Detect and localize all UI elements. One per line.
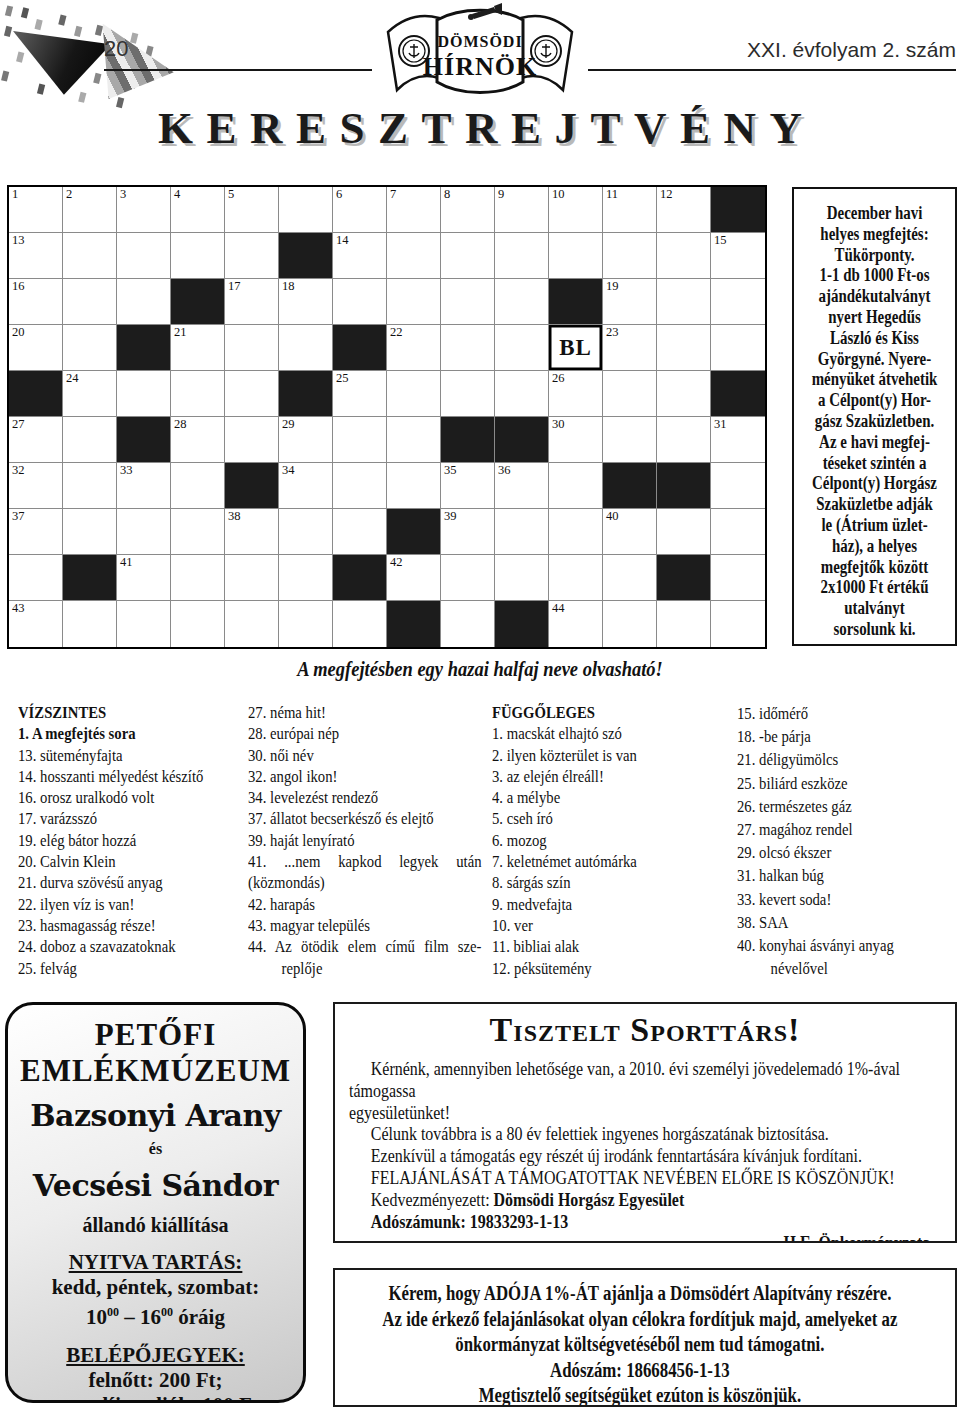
clue-number: 40 xyxy=(606,510,619,524)
crossword-grid: 12345678910111213141516171819202122BL232… xyxy=(7,185,767,649)
text-line: állandó kiállítása xyxy=(8,1213,303,1237)
black-cell xyxy=(117,417,171,463)
text-line: 2x1000 Ft értékű xyxy=(794,577,955,598)
grid-cell[interactable]: 6 xyxy=(333,187,387,233)
text-line: 28. európai nép xyxy=(248,723,485,744)
grid-cell[interactable] xyxy=(387,371,441,417)
text-line: VÍZSZINTES xyxy=(18,702,255,723)
clue-number: 35 xyxy=(444,464,457,478)
text-line: 3. az elején élreáll! xyxy=(492,766,729,787)
grid-cell[interactable] xyxy=(117,509,171,555)
text-line: gász Szaküzletben. xyxy=(794,411,955,432)
clue-number: 29 xyxy=(282,418,295,432)
grid-cell[interactable]: 28 xyxy=(171,417,225,463)
grid-cell[interactable]: 13 xyxy=(9,233,63,279)
grid-cell[interactable] xyxy=(549,463,603,509)
page-number: 20 xyxy=(104,36,128,62)
grid-cell[interactable]: 12 xyxy=(657,187,711,233)
grid-cell[interactable] xyxy=(711,325,765,371)
text-line: felnőtt: 200 Ft; xyxy=(8,1368,303,1393)
page: { "page": { "number": "20", "issue": "XX… xyxy=(0,0,960,1412)
text-line: 8. sárgás szín xyxy=(492,872,729,893)
text-line: (közmondás) xyxy=(248,872,485,893)
grid-cell[interactable]: 38 xyxy=(225,509,279,555)
black-cell xyxy=(9,371,63,417)
grid-cell[interactable]: 43 xyxy=(9,601,63,647)
text-line: FÜGGŐLEGES xyxy=(492,702,729,723)
text-line: önkormányzat költségvetéséből nem tud tá… xyxy=(335,1332,945,1358)
text-line: 15. időmérő xyxy=(737,702,960,725)
grid-cell[interactable]: 27 xyxy=(9,417,63,463)
grid-cell[interactable] xyxy=(63,509,117,555)
black-cell xyxy=(711,371,765,417)
grid-cell[interactable]: 9 xyxy=(495,187,549,233)
text-line: 25. biliárd eszköze xyxy=(737,772,960,795)
grid-cell[interactable]: 36 xyxy=(495,463,549,509)
clue-number: 41 xyxy=(120,556,133,570)
text-line: 38. SAA xyxy=(737,911,960,934)
grid-cell[interactable] xyxy=(171,371,225,417)
text-line: Kedvezményezett: Dömsödi Horgász Egyesül… xyxy=(349,1189,945,1211)
clue-number: 36 xyxy=(498,464,511,478)
grid-cell[interactable]: 29 xyxy=(279,417,333,463)
text-line: kedd, péntek, szombat: xyxy=(8,1275,303,1300)
grid-cell[interactable]: 11 xyxy=(603,187,657,233)
grid-cell[interactable]: 26 xyxy=(549,371,603,417)
text-line: Célunk továbbra is a 80 év felettiek ing… xyxy=(349,1123,945,1145)
grid-cell[interactable] xyxy=(549,233,603,279)
grid-cell[interactable] xyxy=(657,325,711,371)
text-line: Célpont(y) Horgász xyxy=(794,473,955,494)
grid-cell[interactable] xyxy=(225,371,279,417)
grid-cell[interactable] xyxy=(711,279,765,325)
grid-cell[interactable]: 41 xyxy=(117,555,171,601)
clue-number: 19 xyxy=(606,280,619,294)
clue-number: 30 xyxy=(552,418,565,432)
text-line: 6. mozog xyxy=(492,830,729,851)
grid-cell[interactable] xyxy=(225,417,279,463)
grid-cell[interactable]: 35 xyxy=(441,463,495,509)
grid-cell[interactable]: 15 xyxy=(711,233,765,279)
grid-cell[interactable] xyxy=(657,371,711,417)
text-line: sorsolunk ki. xyxy=(794,619,955,640)
text-line: megfejtők között xyxy=(794,557,955,578)
clue-number: 16 xyxy=(12,280,25,294)
text-line: ház), a helyes xyxy=(794,536,955,557)
clue-number: 4 xyxy=(174,188,180,202)
black-cell xyxy=(495,417,549,463)
clue-number: 24 xyxy=(66,372,79,386)
text-line: Adószám: 18668456-1-13 xyxy=(335,1358,945,1384)
grid-cell[interactable]: BL xyxy=(549,325,603,371)
clue-number: 34 xyxy=(282,464,295,478)
grid-cell[interactable] xyxy=(63,463,117,509)
text-line: 24. doboz a szavazatoknak xyxy=(18,936,255,957)
text-line: Györgyné. Nyere- xyxy=(794,349,955,370)
grid-cell[interactable]: 25 xyxy=(333,371,387,417)
clue-number: 37 xyxy=(12,510,25,524)
text-line: 27. magához rendel xyxy=(737,818,960,841)
grid-cell[interactable] xyxy=(549,555,603,601)
grid-cell[interactable] xyxy=(495,509,549,555)
grid-cell[interactable] xyxy=(117,233,171,279)
text-line: 2. ilyen közterület is van xyxy=(492,745,729,766)
clue-number: 42 xyxy=(390,556,403,570)
grid-cell[interactable] xyxy=(63,601,117,647)
text-line: nyert Hegedűs xyxy=(794,307,955,328)
grid-cell[interactable] xyxy=(279,325,333,371)
clue-number: 33 xyxy=(120,464,133,478)
clue-number: 9 xyxy=(498,188,504,202)
text-line: 7. keletnémet autómárka xyxy=(492,851,729,872)
grid-cell[interactable]: 42 xyxy=(387,555,441,601)
grid-cell[interactable]: 33 xyxy=(117,463,171,509)
text-line: 44. Az ötödik elem című film sze- xyxy=(248,936,482,957)
clue-number: 12 xyxy=(660,188,673,202)
grid-cell[interactable] xyxy=(171,233,225,279)
grid-cell[interactable] xyxy=(441,555,495,601)
grid-cell[interactable]: 14 xyxy=(333,233,387,279)
grid-cell[interactable] xyxy=(333,601,387,647)
grid-cell[interactable] xyxy=(225,555,279,601)
grid-cell[interactable]: 39 xyxy=(441,509,495,555)
grid-cell[interactable] xyxy=(603,233,657,279)
grid-cell[interactable] xyxy=(225,601,279,647)
black-cell xyxy=(549,279,603,325)
grid-cell[interactable] xyxy=(63,325,117,371)
clue-number: 11 xyxy=(606,188,618,202)
grid-cell[interactable] xyxy=(333,509,387,555)
text-line: 34. levelezést rendező xyxy=(248,787,485,808)
text-line: Szaküzletbe adják xyxy=(794,494,955,515)
text-line: 33. kevert soda! xyxy=(737,888,960,911)
clue-number: 15 xyxy=(714,234,727,248)
masthead-logo: DÖMSÖDI HÍRNÖK xyxy=(375,2,585,106)
clue-number: 32 xyxy=(12,464,25,478)
black-cell xyxy=(333,555,387,601)
text-line: Adószámunk: 19833293-1-13 xyxy=(349,1211,945,1233)
foundation-text: Kérem, hogy ADÓJA 1%-ÁT ajánlja a Dömsöd… xyxy=(335,1281,945,1407)
text-line: NYITVA TARTÁS: xyxy=(8,1250,303,1275)
confetti-pieces xyxy=(5,5,13,16)
text-line: 21. durva szövésű anyag xyxy=(18,872,255,893)
black-cell xyxy=(387,509,441,555)
text-line: replője xyxy=(248,958,485,979)
text-line: nyugdíjas, diák: 100 Ft xyxy=(8,1393,303,1403)
text-line: helyes megfejtés: xyxy=(794,224,955,245)
clue-number: 3 xyxy=(120,188,126,202)
black-cell xyxy=(387,601,441,647)
text-line: 14. hosszanti mélyedést készítő xyxy=(18,766,255,787)
grid-cell[interactable] xyxy=(441,279,495,325)
grid-cell[interactable] xyxy=(63,233,117,279)
page-title: KERESZTREJTVÉNY xyxy=(0,102,960,154)
text-line: Az ide érkező felajánlásokat olyan célok… xyxy=(335,1307,945,1333)
text-line: 13. süteményfajta xyxy=(18,745,255,766)
grid-cell[interactable] xyxy=(279,509,333,555)
grid-cell[interactable]: 16 xyxy=(9,279,63,325)
grid-cell[interactable] xyxy=(117,371,171,417)
black-cell xyxy=(603,463,657,509)
grid-cell[interactable] xyxy=(495,555,549,601)
text-line: 32. angol ikon! xyxy=(248,766,485,787)
grid-cell[interactable] xyxy=(657,417,711,463)
sport-body: Kérnénk, amennyiben lehetősége van, a 20… xyxy=(349,1058,945,1243)
text-line: December havi xyxy=(794,203,955,224)
text-line: 4. a mélybe xyxy=(492,787,729,808)
text-line: 18. -be párja xyxy=(737,725,960,748)
text-line: 1-1 db 1000 Ft-os xyxy=(794,265,955,286)
text-line: Bazsonyi Arany xyxy=(8,1098,303,1134)
grid-cell[interactable] xyxy=(603,371,657,417)
clue-number: 5 xyxy=(228,188,234,202)
black-cell xyxy=(279,233,333,279)
issue-label: XXI. évfolyam 2. szám xyxy=(747,38,956,62)
black-cell xyxy=(117,325,171,371)
clue-number: 14 xyxy=(336,234,349,248)
black-cell xyxy=(657,555,711,601)
banner-graphic: DÖMSÖDI HÍRNÖK xyxy=(375,2,585,102)
grid-cell[interactable]: 31 xyxy=(711,417,765,463)
grid-cell[interactable] xyxy=(117,601,171,647)
text-line: 27. néma hit! xyxy=(248,702,485,723)
sport-title: Tisztelt Sporttárs! xyxy=(335,1011,955,1049)
grid-cell[interactable]: 40 xyxy=(603,509,657,555)
grid-cell[interactable] xyxy=(657,601,711,647)
clue-number: 1 xyxy=(12,188,18,202)
text-line: EMLÉKMÚZEUM xyxy=(8,1053,303,1089)
grid-cell[interactable] xyxy=(225,325,279,371)
grid-cell[interactable]: 30 xyxy=(549,417,603,463)
grid-cell[interactable] xyxy=(171,601,225,647)
clue-number: 26 xyxy=(552,372,565,386)
museum-ad-box: PETŐFIEMLÉKMÚZEUMBazsonyi AranyésVecsési… xyxy=(5,1002,306,1403)
grid-cell[interactable]: 3 xyxy=(117,187,171,233)
grid-cell[interactable]: 44 xyxy=(549,601,603,647)
grid-cell[interactable]: 24 xyxy=(63,371,117,417)
black-cell xyxy=(171,279,225,325)
grid-cell[interactable]: 18 xyxy=(279,279,333,325)
solution-hint: A megfejtésben egy hazai halfaj neve olv… xyxy=(0,656,960,682)
grid-cell[interactable] xyxy=(333,417,387,463)
text-line: 1000 – 1600 óráig xyxy=(8,1300,303,1330)
text-line: a Célpont(y) Hor- xyxy=(794,390,955,411)
text-line: 25. felvág xyxy=(18,958,255,979)
text-line: 42. harapás xyxy=(248,894,485,915)
clue-number: 7 xyxy=(390,188,396,202)
text-line: utalványt xyxy=(794,598,955,619)
prize-text: December havihelyes megfejtés:Tükörponty… xyxy=(794,203,955,640)
grid-cell[interactable] xyxy=(495,325,549,371)
black-cell xyxy=(279,371,333,417)
grid-cell[interactable]: 32 xyxy=(9,463,63,509)
text-line: és xyxy=(8,1139,303,1159)
clue-number: 38 xyxy=(228,510,241,524)
clue-number: 8 xyxy=(444,188,450,202)
foundation-notice-box: Kérem, hogy ADÓJA 1%-ÁT ajánlja a Dömsöd… xyxy=(333,1268,957,1407)
grid-cell[interactable]: 37 xyxy=(9,509,63,555)
grid-cell[interactable] xyxy=(333,463,387,509)
black-cell xyxy=(333,325,387,371)
grid-cell[interactable]: 5 xyxy=(225,187,279,233)
grid-cell[interactable]: 8 xyxy=(441,187,495,233)
grid-cell[interactable] xyxy=(657,509,711,555)
clue-number: 25 xyxy=(336,372,349,386)
clue-number: 28 xyxy=(174,418,187,432)
text-line: 31. halkan búg xyxy=(737,864,960,887)
header-rule-right xyxy=(588,69,956,71)
clue-number: 44 xyxy=(552,602,565,616)
grid-cell[interactable] xyxy=(495,233,549,279)
text-line: 21. déligyümölcs xyxy=(737,748,960,771)
text-line: Ezenkívül a támogatás egy részét új irod… xyxy=(349,1145,945,1167)
grid-cell[interactable] xyxy=(225,233,279,279)
text-line: H.E. Önkormányzata xyxy=(349,1232,945,1243)
grid-cell[interactable]: 2 xyxy=(63,187,117,233)
grid-cell[interactable] xyxy=(171,463,225,509)
grid-cell[interactable] xyxy=(9,555,63,601)
clue-number: 39 xyxy=(444,510,457,524)
grid-cell[interactable] xyxy=(441,325,495,371)
grid-cell[interactable]: 7 xyxy=(387,187,441,233)
black-cell xyxy=(495,601,549,647)
text-line: Kérnénk, amennyiben lehetősége van, a 20… xyxy=(349,1058,945,1102)
grid-cell[interactable] xyxy=(171,509,225,555)
text-line: 30. női név xyxy=(248,745,485,766)
text-line: ményüket átvehetik xyxy=(794,369,955,390)
text-line: téseket szintén a xyxy=(794,453,955,474)
clue-number: 21 xyxy=(174,326,187,340)
grid-cell[interactable] xyxy=(387,463,441,509)
grid-cell[interactable] xyxy=(603,417,657,463)
confetti-decoration xyxy=(0,0,180,96)
clue-number: 17 xyxy=(228,280,241,294)
text-line: 10. ver xyxy=(492,915,729,936)
grid-cell[interactable]: 4 xyxy=(171,187,225,233)
text-line: névelővel xyxy=(737,957,960,980)
grid-cell[interactable] xyxy=(387,417,441,463)
grid-cell[interactable]: 21 xyxy=(171,325,225,371)
text-line: 37. állatot becserkésző és elejtő xyxy=(248,808,485,829)
text-line: 23. hasmagasság része! xyxy=(18,915,255,936)
clue-number: 2 xyxy=(66,188,72,202)
grid-cell[interactable] xyxy=(441,233,495,279)
header-rule-left xyxy=(104,69,372,71)
grid-cell[interactable] xyxy=(333,279,387,325)
text-line: 41. ...nem kapkod legyek után xyxy=(248,851,482,872)
text-line: 17. varázsszó xyxy=(18,808,255,829)
prize-box: December havihelyes megfejtés:Tükörponty… xyxy=(792,187,957,646)
text-line: 5. cseh író xyxy=(492,808,729,829)
text-line: 1. A megfejtés sora xyxy=(18,723,255,744)
text-line: ajándékutalványt xyxy=(794,286,955,307)
text-line: Az e havi megfej- xyxy=(794,432,955,453)
black-cell xyxy=(441,417,495,463)
text-line: Vecsési Sándor xyxy=(8,1168,303,1204)
text-line: Megtisztelő segítségüket ezúton is köszö… xyxy=(335,1383,945,1407)
text-line: 1. macskát elhajtó szó xyxy=(492,723,729,744)
grid-cell[interactable] xyxy=(63,417,117,463)
clue-number: 6 xyxy=(336,188,342,202)
grid-cell[interactable] xyxy=(387,233,441,279)
text-line: 40. konyhai ásványi anyag xyxy=(737,934,960,957)
grid-cell[interactable] xyxy=(279,555,333,601)
sport-notice-box: Tisztelt Sporttárs! Kérnénk, amennyiben … xyxy=(333,1002,957,1243)
grid-cell[interactable]: 19 xyxy=(603,279,657,325)
grid-cell[interactable]: 23 xyxy=(603,325,657,371)
grid-cell[interactable] xyxy=(63,279,117,325)
text-line: BELÉPŐJEGYEK: xyxy=(8,1343,303,1368)
grid-cell[interactable] xyxy=(117,279,171,325)
clue-number: 27 xyxy=(12,418,25,432)
grid-cell[interactable] xyxy=(711,601,765,647)
grid-cell[interactable] xyxy=(711,463,765,509)
grid-cell[interactable] xyxy=(441,371,495,417)
black-cell xyxy=(657,463,711,509)
grid-cell[interactable] xyxy=(657,279,711,325)
text-line: Tükörponty. xyxy=(794,245,955,266)
clue-number: 31 xyxy=(714,418,727,432)
text-line: 26. természetes gáz xyxy=(737,795,960,818)
grid-cell[interactable]: 10 xyxy=(549,187,603,233)
black-cell xyxy=(711,187,765,233)
text-line: egyesületünket! xyxy=(349,1102,945,1124)
text-line: 39. haját lenyírató xyxy=(248,830,485,851)
clue-number: 13 xyxy=(12,234,25,248)
text-line: FELAJÁNLÁSÁT A TÁMOGATOTTAK NEVÉBEN ELŐR… xyxy=(349,1167,945,1189)
grid-cell[interactable]: 17 xyxy=(225,279,279,325)
text-line: 29. olcsó ékszer xyxy=(737,841,960,864)
party-cone-dark xyxy=(10,13,118,101)
text-line: 9. medvefajta xyxy=(492,894,729,915)
grid-cell[interactable] xyxy=(711,555,765,601)
grid-cell[interactable] xyxy=(603,555,657,601)
grid-cell[interactable] xyxy=(495,371,549,417)
text-line: 20. Calvin Klein xyxy=(18,851,255,872)
grid-cell[interactable] xyxy=(657,233,711,279)
grid-cell[interactable] xyxy=(603,601,657,647)
text-line: Kérem, hogy ADÓJA 1%-ÁT ajánlja a Dömsöd… xyxy=(335,1281,945,1307)
grid-cell[interactable]: 1 xyxy=(9,187,63,233)
clue-number: 43 xyxy=(12,602,25,616)
grid-cell[interactable] xyxy=(279,187,333,233)
grid-cell[interactable] xyxy=(495,279,549,325)
clue-number: 18 xyxy=(282,280,295,294)
text-line: 12. péksütemény xyxy=(492,958,729,979)
grid-cell[interactable] xyxy=(549,509,603,555)
grid-cell[interactable] xyxy=(171,555,225,601)
grid-cell[interactable] xyxy=(441,601,495,647)
clue-number: 23 xyxy=(606,326,619,340)
masthead-line2: HÍRNÖK xyxy=(423,52,537,81)
grid-cell[interactable]: 20 xyxy=(9,325,63,371)
clues-column-4: 15. időmérő18. -be párja21. déligyümölcs… xyxy=(737,702,960,980)
grid-cell[interactable] xyxy=(711,509,765,555)
grid-cell[interactable]: 22 xyxy=(387,325,441,371)
given-letters: BL xyxy=(559,335,592,361)
clue-number: 20 xyxy=(12,326,25,340)
grid-cell[interactable] xyxy=(387,279,441,325)
clue-number: 10 xyxy=(552,188,565,202)
text-line: László és Kiss xyxy=(794,328,955,349)
text-line: 19. elég bátor hozzá xyxy=(18,830,255,851)
grid-cell[interactable]: 34 xyxy=(279,463,333,509)
grid-cell[interactable] xyxy=(279,601,333,647)
masthead-line1: DÖMSÖDI xyxy=(437,33,522,50)
text-line: 22. ilyen víz is van! xyxy=(18,894,255,915)
party-cone-striped xyxy=(81,22,182,108)
clues-column-3: FÜGGŐLEGES1. macskát elhajtó szó2. ilyen… xyxy=(492,702,774,979)
